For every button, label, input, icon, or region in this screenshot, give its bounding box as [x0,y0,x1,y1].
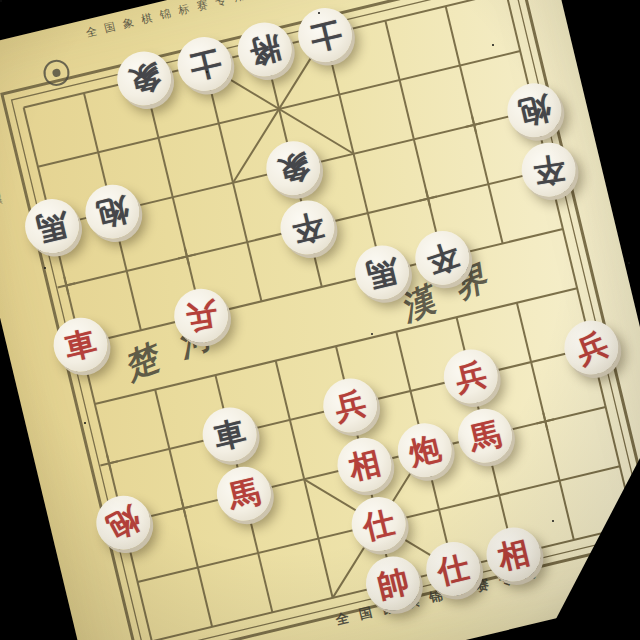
piece-glyph: 士 [186,45,223,82]
piece-glyph: 將 [246,31,283,68]
piece-glyph: 炮 [516,92,553,129]
piece-glyph: 炮 [406,432,443,469]
piece-glyph: 車 [62,326,99,363]
piece-glyph: 馬 [466,417,503,454]
piece-glyph: 兵 [332,387,369,424]
piece-glyph: 仕 [435,550,472,587]
piece-glyph: 卒 [289,209,326,246]
photo-stage: 楚河 漢界 全国象棋锦标赛专用棋盘 全国象棋锦标赛专用 中国象棋 象士將士馬炮象… [0,0,640,640]
piece-glyph: 相 [346,446,383,483]
piece-glyph: 馬 [363,254,400,291]
xiangqi-board: 楚河 漢界 全国象棋锦标赛专用棋盘 全国象棋锦标赛专用 中国象棋 象士將士馬炮象… [0,0,640,640]
piece-glyph: 卒 [531,152,566,187]
piece-glyph: 兵 [184,298,219,333]
piece-glyph: 相 [495,536,532,573]
piece-glyph: 象 [126,60,163,97]
piece-glyph: 象 [275,150,312,187]
piece-glyph: 仕 [360,505,397,542]
piece-glyph: 炮 [94,193,131,230]
piece-glyph: 卒 [423,238,462,277]
piece-glyph: 馬 [225,475,262,512]
dust-specks [0,0,2,2]
piece-glyph: 兵 [452,358,489,395]
piece-glyph: 炮 [102,502,144,544]
piece-glyph: 車 [211,416,248,453]
piece-glyph: 馬 [33,207,70,244]
piece-glyph: 帥 [374,565,411,602]
piece-glyph: 士 [306,16,343,53]
piece-glyph: 兵 [571,327,611,367]
